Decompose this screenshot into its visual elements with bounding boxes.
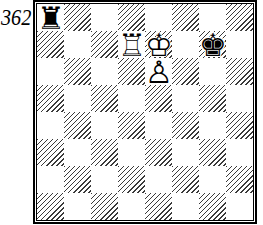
square-d8 (118, 4, 145, 31)
square-f3 (172, 139, 199, 166)
square-e7: ♚♔ (145, 31, 172, 58)
square-b1 (64, 193, 91, 220)
square-g3 (199, 139, 226, 166)
square-g7: ♚ (199, 31, 226, 58)
square-h5 (226, 85, 253, 112)
square-c6 (91, 58, 118, 85)
square-c8 (91, 4, 118, 31)
square-f8 (172, 4, 199, 31)
square-h6 (226, 58, 253, 85)
square-e4 (145, 112, 172, 139)
square-b2 (64, 166, 91, 193)
square-g5 (199, 85, 226, 112)
square-a4 (37, 112, 64, 139)
square-h7 (226, 31, 253, 58)
chess-board: ♜♜♖♚♔♚♟♙ (36, 3, 254, 221)
square-f1 (172, 193, 199, 220)
square-h4 (226, 112, 253, 139)
black-rook: ♜ (37, 4, 64, 31)
square-c1 (91, 193, 118, 220)
square-a7 (37, 31, 64, 58)
square-b8 (64, 4, 91, 31)
square-d5 (118, 85, 145, 112)
square-e5 (145, 85, 172, 112)
square-b3 (64, 139, 91, 166)
square-f4 (172, 112, 199, 139)
square-a2 (37, 166, 64, 193)
square-f2 (172, 166, 199, 193)
black-king: ♚ (199, 31, 226, 58)
square-d3 (118, 139, 145, 166)
square-a5 (37, 85, 64, 112)
square-g1 (199, 193, 226, 220)
square-c5 (91, 85, 118, 112)
square-e8 (145, 4, 172, 31)
square-b7 (64, 31, 91, 58)
square-a8: ♜ (37, 4, 64, 31)
square-c7 (91, 31, 118, 58)
white-king: ♚♔ (145, 31, 172, 58)
square-a3 (37, 139, 64, 166)
white-pawn: ♟♙ (145, 58, 172, 85)
square-h1 (226, 193, 253, 220)
square-d6 (118, 58, 145, 85)
square-a6 (37, 58, 64, 85)
square-f5 (172, 85, 199, 112)
chess-diagram: 362 ♜♜♖♚♔♚♟♙ (0, 0, 263, 225)
square-c3 (91, 139, 118, 166)
square-d1 (118, 193, 145, 220)
square-d7: ♜♖ (118, 31, 145, 58)
square-e6: ♟♙ (145, 58, 172, 85)
square-g8 (199, 4, 226, 31)
square-e2 (145, 166, 172, 193)
square-h8 (226, 4, 253, 31)
square-d2 (118, 166, 145, 193)
board-frame: ♜♜♖♚♔♚♟♙ (33, 0, 257, 224)
square-c2 (91, 166, 118, 193)
square-h2 (226, 166, 253, 193)
square-f6 (172, 58, 199, 85)
problem-number: 362 (1, 6, 31, 29)
square-e1 (145, 193, 172, 220)
square-f7 (172, 31, 199, 58)
square-g4 (199, 112, 226, 139)
white-rook: ♜♖ (118, 31, 145, 58)
square-b5 (64, 85, 91, 112)
square-h3 (226, 139, 253, 166)
square-b6 (64, 58, 91, 85)
square-b4 (64, 112, 91, 139)
square-d4 (118, 112, 145, 139)
square-g2 (199, 166, 226, 193)
square-c4 (91, 112, 118, 139)
square-g6 (199, 58, 226, 85)
square-a1 (37, 193, 64, 220)
square-e3 (145, 139, 172, 166)
